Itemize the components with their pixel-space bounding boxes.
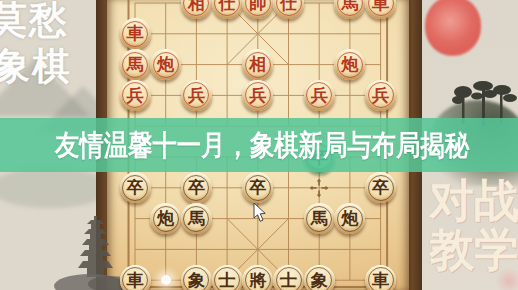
piece-glyph: 卒 xyxy=(181,172,212,203)
piece-red-horse[interactable]: 馬 xyxy=(334,0,365,19)
piece-glyph: 象 xyxy=(181,265,212,290)
banner-title: 友情温馨十一月，象棋新局与布局揭秘 xyxy=(55,118,469,172)
piece-glyph: 車 xyxy=(120,18,151,49)
piece-glyph: 帥 xyxy=(242,0,273,19)
piece-glyph: 相 xyxy=(242,49,273,80)
piece-red-soldier[interactable]: 兵 xyxy=(304,80,335,111)
piece-glyph: 馬 xyxy=(181,203,212,234)
move-origin-marker xyxy=(309,178,329,198)
piece-glyph: 車 xyxy=(365,0,396,19)
piece-red-elephant[interactable]: 相 xyxy=(242,49,273,80)
piece-glyph: 馬 xyxy=(120,49,151,80)
piece-black-cannon[interactable]: 炮 xyxy=(150,203,181,234)
title-banner: 友情温馨十一月，象棋新局与布局揭秘 xyxy=(0,118,518,172)
piece-red-horse[interactable]: 馬 xyxy=(120,49,151,80)
piece-black-horse[interactable]: 馬 xyxy=(304,203,335,234)
piece-glyph: 炮 xyxy=(150,203,181,234)
piece-glyph: 仕 xyxy=(212,0,243,19)
piece-glyph: 炮 xyxy=(334,203,365,234)
piece-red-soldier[interactable]: 兵 xyxy=(120,80,151,111)
piece-glyph: 卒 xyxy=(365,172,396,203)
piece-glyph: 兵 xyxy=(181,80,212,111)
piece-glyph: 馬 xyxy=(334,0,365,19)
piece-red-chariot[interactable]: 車 xyxy=(365,0,396,19)
piece-glyph: 兵 xyxy=(242,80,273,111)
piece-glyph: 象 xyxy=(304,265,335,290)
piece-glyph: 炮 xyxy=(334,49,365,80)
piece-black-soldier[interactable]: 卒 xyxy=(120,172,151,203)
piece-glyph: 仕 xyxy=(273,0,304,19)
piece-glyph: 士 xyxy=(273,265,304,290)
piece-glyph: 車 xyxy=(120,265,151,290)
app-root: 莫愁 象棋 楚 河 漢 界 相仕帥仕馬車車馬炮相炮兵兵兵兵兵卒卒卒卒卒炮馬馬炮車… xyxy=(0,0,518,290)
piece-red-advisor[interactable]: 仕 xyxy=(273,0,304,19)
piece-red-soldier[interactable]: 兵 xyxy=(242,80,273,111)
piece-glyph: 卒 xyxy=(120,172,151,203)
piece-black-soldier[interactable]: 卒 xyxy=(242,172,273,203)
piece-glyph: 卒 xyxy=(242,172,273,203)
piece-glyph: 兵 xyxy=(304,80,335,111)
piece-black-advisor[interactable]: 士 xyxy=(212,265,243,290)
piece-black-soldier[interactable]: 卒 xyxy=(365,172,396,203)
piece-black-king[interactable]: 將 xyxy=(242,265,273,290)
piece-glyph: 車 xyxy=(365,265,396,290)
piece-red-soldier[interactable]: 兵 xyxy=(365,80,396,111)
mouse-cursor xyxy=(253,203,267,223)
piece-black-soldier[interactable]: 卒 xyxy=(181,172,212,203)
piece-glyph: 兵 xyxy=(365,80,396,111)
piece-black-advisor[interactable]: 士 xyxy=(273,265,304,290)
piece-glyph: 士 xyxy=(212,265,243,290)
piece-red-chariot[interactable]: 車 xyxy=(120,18,151,49)
piece-red-cannon[interactable]: 炮 xyxy=(150,49,181,80)
piece-red-cannon[interactable]: 炮 xyxy=(334,49,365,80)
piece-black-cannon[interactable]: 炮 xyxy=(334,203,365,234)
piece-glyph: 炮 xyxy=(150,49,181,80)
piece-black-chariot[interactable]: 車 xyxy=(120,265,151,290)
piece-black-horse[interactable]: 馬 xyxy=(181,203,212,234)
move-hint-dot xyxy=(161,275,171,285)
piece-red-advisor[interactable]: 仕 xyxy=(212,0,243,19)
piece-red-elephant[interactable]: 相 xyxy=(181,0,212,19)
piece-glyph: 將 xyxy=(242,265,273,290)
piece-black-elephant[interactable]: 象 xyxy=(304,265,335,290)
piece-red-soldier[interactable]: 兵 xyxy=(181,80,212,111)
piece-glyph: 兵 xyxy=(120,80,151,111)
piece-black-elephant[interactable]: 象 xyxy=(181,265,212,290)
piece-black-chariot[interactable]: 車 xyxy=(365,265,396,290)
piece-red-king[interactable]: 帥 xyxy=(242,0,273,19)
piece-glyph: 馬 xyxy=(304,203,335,234)
piece-glyph: 相 xyxy=(181,0,212,19)
